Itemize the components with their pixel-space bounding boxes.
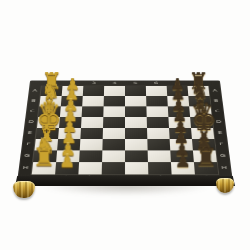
piece-white-rook-h1: ♜ [32,147,55,168]
rank-label-top-3: 3 [83,82,104,85]
file-label-right-H: H [218,166,230,170]
rank-label-top-6: 6 [146,82,167,85]
file-label-right-G: G [217,154,229,158]
rank-label-top-4: 4 [104,82,125,85]
file-label-right-F: F [216,143,228,147]
file-label-left-H: H [20,166,32,170]
file-label-left-G: G [21,154,33,158]
rank-label-top-5: 5 [125,82,146,85]
file-label-right-A: A [210,89,221,92]
piece-black-pawn-h7: ♟ [171,153,194,168]
file-label-left-E: E [24,131,36,135]
piece-black-rook-h8: ♜ [194,147,217,168]
chess-board: AABBCCDDEEFFGGHH1122334455667788 ♜♞♝♛♚♝♞… [17,81,233,182]
file-label-left-D: D [25,120,36,123]
chess-set-photo: AABBCCDDEEFFGGHH1122334455667788 ♜♞♝♛♚♝♞… [0,0,250,250]
board-side-edge [15,176,235,186]
piece-white-pawn-h2: ♟ [56,153,79,168]
